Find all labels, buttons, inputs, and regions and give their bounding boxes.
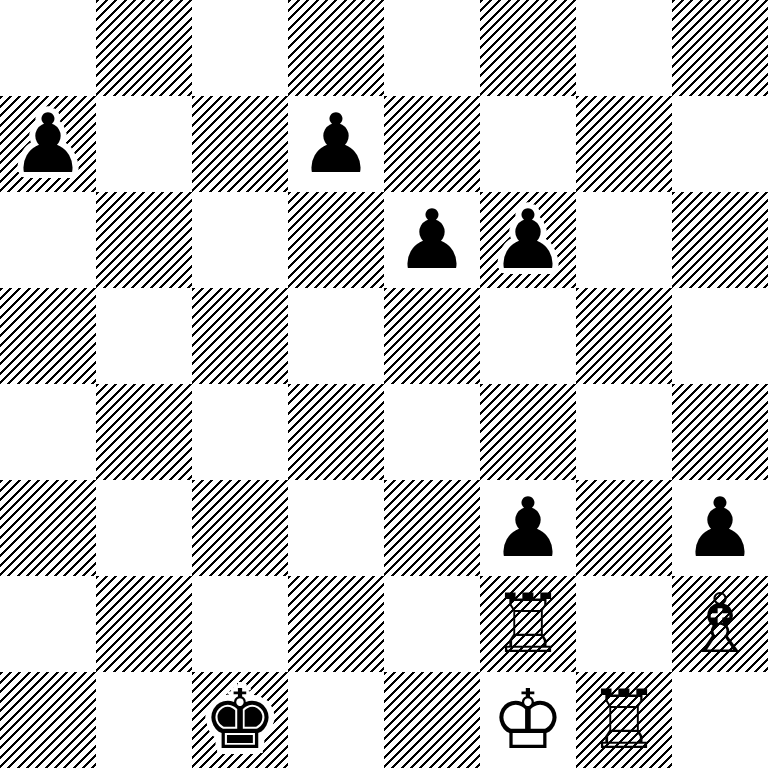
square-a7[interactable]: ♟ [0, 96, 96, 192]
square-b7[interactable] [96, 96, 192, 192]
square-f2[interactable]: ♖ [480, 576, 576, 672]
square-f6[interactable]: ♟ [480, 192, 576, 288]
square-h4[interactable] [672, 384, 768, 480]
piece-white-king[interactable]: ♔ [480, 672, 576, 768]
square-g8[interactable] [576, 0, 672, 96]
square-b8[interactable] [96, 0, 192, 96]
square-d6[interactable] [288, 192, 384, 288]
square-c2[interactable] [192, 576, 288, 672]
square-a1[interactable] [0, 672, 96, 768]
piece-black-pawn[interactable]: ♟ [0, 96, 96, 192]
square-d7[interactable]: ♟ [288, 96, 384, 192]
square-g1[interactable]: ♖ [576, 672, 672, 768]
square-h1[interactable] [672, 672, 768, 768]
piece-white-bishop[interactable]: ♗ [672, 576, 768, 672]
square-f7[interactable] [480, 96, 576, 192]
square-h8[interactable] [672, 0, 768, 96]
square-a5[interactable] [0, 288, 96, 384]
square-c6[interactable] [192, 192, 288, 288]
square-g6[interactable] [576, 192, 672, 288]
square-h2[interactable]: ♗ [672, 576, 768, 672]
square-f5[interactable] [480, 288, 576, 384]
square-f4[interactable] [480, 384, 576, 480]
square-f8[interactable] [480, 0, 576, 96]
square-b1[interactable] [96, 672, 192, 768]
square-e4[interactable] [384, 384, 480, 480]
square-b6[interactable] [96, 192, 192, 288]
square-g5[interactable] [576, 288, 672, 384]
square-c4[interactable] [192, 384, 288, 480]
square-g2[interactable] [576, 576, 672, 672]
square-e8[interactable] [384, 0, 480, 96]
square-d3[interactable] [288, 480, 384, 576]
square-g4[interactable] [576, 384, 672, 480]
square-c3[interactable] [192, 480, 288, 576]
piece-black-pawn[interactable]: ♟ [384, 192, 480, 288]
square-e1[interactable] [384, 672, 480, 768]
square-c8[interactable] [192, 0, 288, 96]
square-b2[interactable] [96, 576, 192, 672]
square-a8[interactable] [0, 0, 96, 96]
square-b4[interactable] [96, 384, 192, 480]
square-e2[interactable] [384, 576, 480, 672]
square-h6[interactable] [672, 192, 768, 288]
square-h3[interactable]: ♟ [672, 480, 768, 576]
square-e3[interactable] [384, 480, 480, 576]
piece-white-rook[interactable]: ♖ [576, 672, 672, 768]
square-a4[interactable] [0, 384, 96, 480]
piece-black-pawn[interactable]: ♟ [480, 480, 576, 576]
piece-black-pawn[interactable]: ♟ [480, 192, 576, 288]
square-d2[interactable] [288, 576, 384, 672]
square-d4[interactable] [288, 384, 384, 480]
square-c5[interactable] [192, 288, 288, 384]
piece-black-pawn[interactable]: ♟ [288, 96, 384, 192]
square-a3[interactable] [0, 480, 96, 576]
square-e5[interactable] [384, 288, 480, 384]
piece-black-pawn[interactable]: ♟ [672, 480, 768, 576]
square-h7[interactable] [672, 96, 768, 192]
square-f1[interactable]: ♔ [480, 672, 576, 768]
square-c1[interactable]: ♚ [192, 672, 288, 768]
square-a6[interactable] [0, 192, 96, 288]
square-d5[interactable] [288, 288, 384, 384]
square-a2[interactable] [0, 576, 96, 672]
square-b5[interactable] [96, 288, 192, 384]
chess-board: ♟♟♟♟♟♟♖♗♚♔♖ [0, 0, 768, 768]
piece-black-king[interactable]: ♚ [192, 672, 288, 768]
square-c7[interactable] [192, 96, 288, 192]
square-b3[interactable] [96, 480, 192, 576]
square-e6[interactable]: ♟ [384, 192, 480, 288]
square-g3[interactable] [576, 480, 672, 576]
square-d1[interactable] [288, 672, 384, 768]
square-d8[interactable] [288, 0, 384, 96]
square-g7[interactable] [576, 96, 672, 192]
piece-white-rook[interactable]: ♖ [480, 576, 576, 672]
square-f3[interactable]: ♟ [480, 480, 576, 576]
square-h5[interactable] [672, 288, 768, 384]
square-e7[interactable] [384, 96, 480, 192]
